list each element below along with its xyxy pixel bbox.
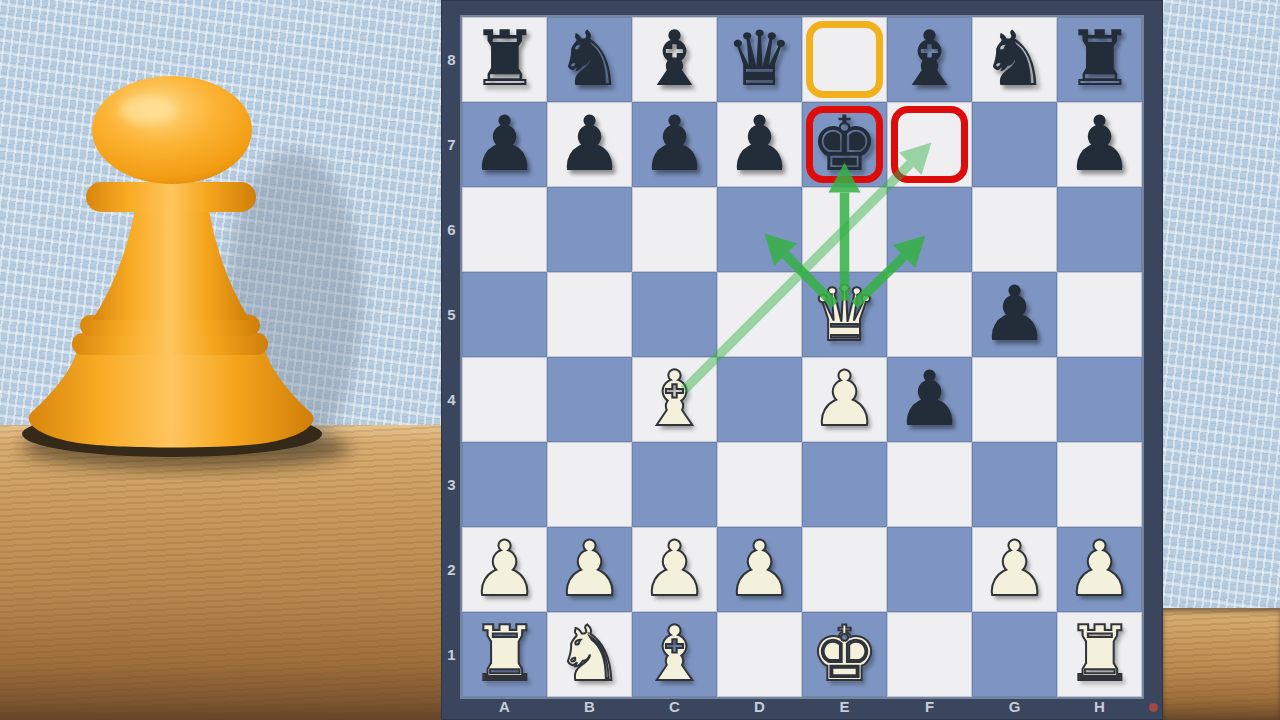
square-d5[interactable] <box>717 272 802 357</box>
square-h4[interactable] <box>1057 357 1142 442</box>
square-e1[interactable] <box>802 612 887 697</box>
rank-label-6: 6 <box>441 187 462 272</box>
square-h5[interactable] <box>1057 272 1142 357</box>
square-f1[interactable] <box>887 612 972 697</box>
rank-label-8: 8 <box>441 17 462 102</box>
square-c1[interactable] <box>632 612 717 697</box>
square-a8[interactable] <box>462 17 547 102</box>
square-e2[interactable] <box>802 527 887 612</box>
square-h8[interactable] <box>1057 17 1142 102</box>
square-g5[interactable] <box>972 272 1057 357</box>
square-d7[interactable] <box>717 102 802 187</box>
square-g6[interactable] <box>972 187 1057 272</box>
square-g7[interactable] <box>972 102 1057 187</box>
board-squares <box>462 17 1142 697</box>
square-c6[interactable] <box>632 187 717 272</box>
square-d8[interactable] <box>717 17 802 102</box>
file-label-g: G <box>972 697 1057 720</box>
square-h6[interactable] <box>1057 187 1142 272</box>
square-c8[interactable] <box>632 17 717 102</box>
square-g8[interactable] <box>972 17 1057 102</box>
square-g3[interactable] <box>972 442 1057 527</box>
chess-board-frame: ♜♞♝♛♝♞♜♟♟♟♟♚♟♟♟♛♝♟♟♟♟♟♟♟♜♞♝♚♜ 87654321AB… <box>441 0 1163 720</box>
square-e3[interactable] <box>802 442 887 527</box>
file-label-b: B <box>547 697 632 720</box>
square-f3[interactable] <box>887 442 972 527</box>
square-e5[interactable] <box>802 272 887 357</box>
video-frame: ♜♞♝♛♝♞♜♟♟♟♟♚♟♟♟♛♝♟♟♟♟♟♟♟♜♞♝♚♜ 87654321AB… <box>0 0 1280 720</box>
square-g4[interactable] <box>972 357 1057 442</box>
wood-shelf-right <box>1163 608 1280 720</box>
square-d4[interactable] <box>717 357 802 442</box>
square-f5[interactable] <box>887 272 972 357</box>
square-a7[interactable] <box>462 102 547 187</box>
highlight-e7 <box>806 106 883 183</box>
file-label-h: H <box>1057 697 1142 720</box>
rank-label-4: 4 <box>441 357 462 442</box>
square-a4[interactable] <box>462 357 547 442</box>
square-a5[interactable] <box>462 272 547 357</box>
wallpaper-right <box>1163 0 1280 608</box>
square-h1[interactable] <box>1057 612 1142 697</box>
file-label-f: F <box>887 697 972 720</box>
square-a6[interactable] <box>462 187 547 272</box>
rank-label-7: 7 <box>441 102 462 187</box>
square-c2[interactable] <box>632 527 717 612</box>
square-g1[interactable] <box>972 612 1057 697</box>
square-f2[interactable] <box>887 527 972 612</box>
square-b4[interactable] <box>547 357 632 442</box>
square-d2[interactable] <box>717 527 802 612</box>
square-d3[interactable] <box>717 442 802 527</box>
file-label-c: C <box>632 697 717 720</box>
highlight-e8 <box>806 21 883 98</box>
file-label-e: E <box>802 697 887 720</box>
square-a2[interactable] <box>462 527 547 612</box>
square-h2[interactable] <box>1057 527 1142 612</box>
square-b2[interactable] <box>547 527 632 612</box>
recording-dot <box>1149 703 1158 712</box>
square-e6[interactable] <box>802 187 887 272</box>
highlight-f7 <box>891 106 968 183</box>
square-h3[interactable] <box>1057 442 1142 527</box>
square-f6[interactable] <box>887 187 972 272</box>
file-label-a: A <box>462 697 547 720</box>
rank-label-5: 5 <box>441 272 462 357</box>
square-b7[interactable] <box>547 102 632 187</box>
square-a3[interactable] <box>462 442 547 527</box>
square-a1[interactable] <box>462 612 547 697</box>
square-e4[interactable] <box>802 357 887 442</box>
square-g2[interactable] <box>972 527 1057 612</box>
square-d1[interactable] <box>717 612 802 697</box>
square-c5[interactable] <box>632 272 717 357</box>
square-c4[interactable] <box>632 357 717 442</box>
square-b5[interactable] <box>547 272 632 357</box>
square-d6[interactable] <box>717 187 802 272</box>
rank-label-3: 3 <box>441 442 462 527</box>
square-b8[interactable] <box>547 17 632 102</box>
square-f8[interactable] <box>887 17 972 102</box>
rank-label-2: 2 <box>441 527 462 612</box>
rank-label-1: 1 <box>441 612 462 697</box>
yellow-pawn-photo <box>0 40 400 480</box>
square-f4[interactable] <box>887 357 972 442</box>
square-c3[interactable] <box>632 442 717 527</box>
square-c7[interactable] <box>632 102 717 187</box>
square-b6[interactable] <box>547 187 632 272</box>
file-label-d: D <box>717 697 802 720</box>
square-h7[interactable] <box>1057 102 1142 187</box>
square-b3[interactable] <box>547 442 632 527</box>
square-b1[interactable] <box>547 612 632 697</box>
